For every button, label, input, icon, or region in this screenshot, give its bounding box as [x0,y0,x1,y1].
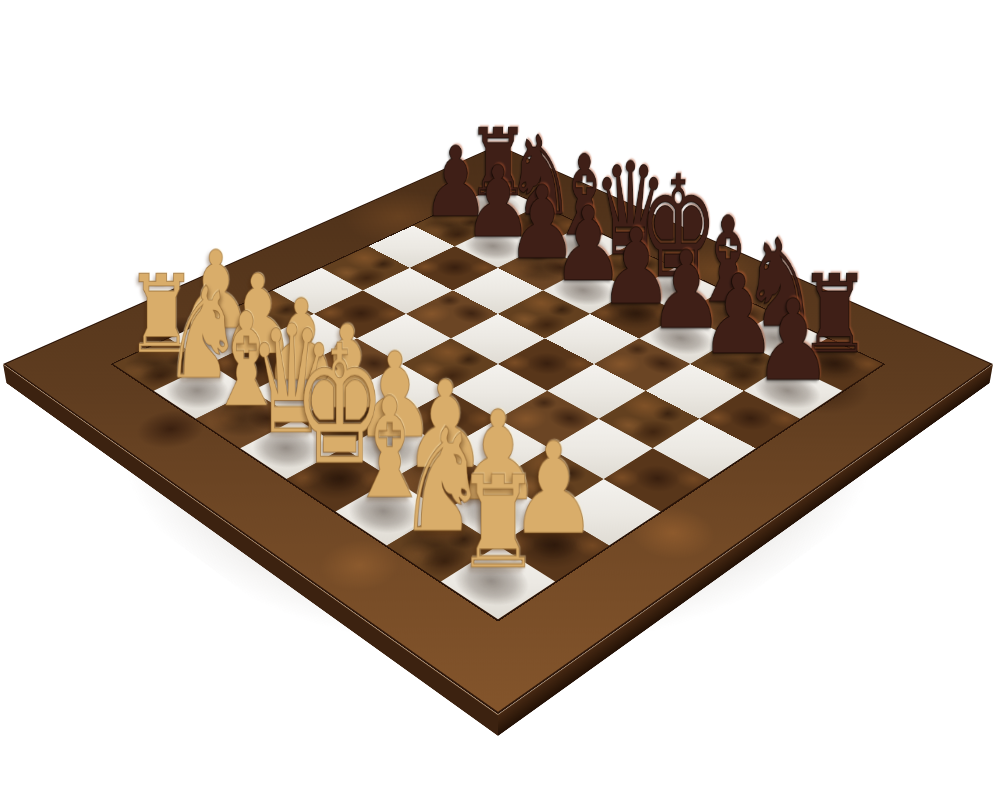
white-rook-h1: ♜ [456,460,541,588]
chess-set-photo: ♜♞♝♛♚♝♞♜♟♟♟♟♟♟♟♟♟♟♟♟♟♟♟♟♜♞♝♛♚♝♞♜ [0,0,1000,800]
black-pawn-h7: ♟ [754,284,833,397]
chess-board: ♜♞♝♛♚♝♞♜♟♟♟♟♟♟♟♟♟♟♟♟♟♟♟♟♜♞♝♛♚♝♞♜ [3,145,993,714]
